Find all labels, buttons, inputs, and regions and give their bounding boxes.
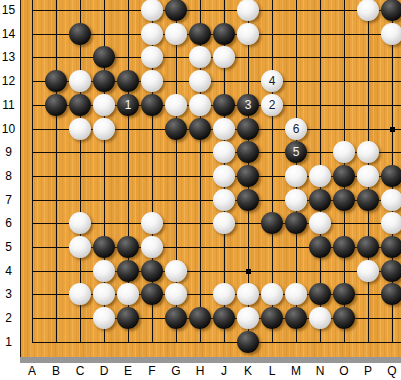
stone-black-K1 bbox=[237, 331, 259, 353]
stone-black-N7 bbox=[309, 189, 331, 211]
grid-line-col-B bbox=[56, 0, 57, 343]
stone-black-F11 bbox=[141, 94, 163, 116]
stone-black-B12 bbox=[45, 70, 67, 92]
row-label-11: 11 bbox=[0, 97, 17, 113]
grid-line-row-1 bbox=[32, 342, 401, 343]
stone-black-Q5 bbox=[381, 236, 401, 258]
stone-black-C14 bbox=[69, 23, 91, 45]
stone-black-E2 bbox=[117, 307, 139, 329]
stone-black-O8 bbox=[333, 165, 355, 187]
stone-white-C5 bbox=[69, 236, 91, 258]
stone-white-J9 bbox=[213, 141, 235, 163]
move-number-label: 4 bbox=[269, 74, 276, 88]
column-label-Q: Q bbox=[384, 363, 400, 380]
stone-white-K14 bbox=[237, 23, 259, 45]
stone-white-M3 bbox=[285, 283, 307, 305]
row-label-10: 10 bbox=[0, 121, 17, 137]
stone-white-Q14 bbox=[381, 23, 401, 45]
stone-black-J14 bbox=[213, 23, 235, 45]
stone-black-E12 bbox=[117, 70, 139, 92]
stone-black-P5 bbox=[357, 236, 379, 258]
stone-black-K7 bbox=[237, 189, 259, 211]
star-point-Q10 bbox=[390, 127, 395, 132]
column-label-D: D bbox=[96, 363, 112, 380]
board-left-edge-line bbox=[20, 0, 21, 357]
stone-black-K9 bbox=[237, 141, 259, 163]
stone-black-P7 bbox=[357, 189, 379, 211]
stone-white-O9 bbox=[333, 141, 355, 163]
stone-black-D13 bbox=[93, 46, 115, 68]
row-label-3: 3 bbox=[0, 286, 17, 302]
stone-white-J6 bbox=[213, 212, 235, 234]
column-label-K: K bbox=[240, 363, 256, 380]
stone-white-M8 bbox=[285, 165, 307, 187]
column-label-H: H bbox=[192, 363, 208, 380]
stone-black-G2 bbox=[165, 307, 187, 329]
stone-black-L6 bbox=[261, 212, 283, 234]
stone-black-J2 bbox=[213, 307, 235, 329]
stone-white-E3 bbox=[117, 283, 139, 305]
stone-white-D2 bbox=[93, 307, 115, 329]
stone-white-N8 bbox=[309, 165, 331, 187]
stone-black-B11 bbox=[45, 94, 67, 116]
grid-line-row-4 bbox=[32, 271, 401, 272]
stone-black-H14 bbox=[189, 23, 211, 45]
stone-black-J11 bbox=[213, 94, 235, 116]
row-label-1: 1 bbox=[0, 334, 17, 350]
column-label-J: J bbox=[216, 363, 232, 380]
stone-black-L2 bbox=[261, 307, 283, 329]
stone-white-G14 bbox=[165, 23, 187, 45]
grid-line-row-15 bbox=[32, 10, 401, 11]
stone-white-P4 bbox=[357, 260, 379, 282]
column-label-C: C bbox=[72, 363, 88, 380]
column-label-L: L bbox=[264, 363, 280, 380]
stone-white-L12: 4 bbox=[261, 70, 283, 92]
stone-black-D5 bbox=[93, 236, 115, 258]
stone-black-E11: 1 bbox=[117, 94, 139, 116]
stone-white-F14 bbox=[141, 23, 163, 45]
stone-white-F15 bbox=[141, 0, 163, 21]
stone-black-O3 bbox=[333, 283, 355, 305]
column-label-F: F bbox=[144, 363, 160, 380]
stone-white-F12 bbox=[141, 70, 163, 92]
stone-white-P9 bbox=[357, 141, 379, 163]
stone-white-J3 bbox=[213, 283, 235, 305]
stone-white-F5 bbox=[141, 236, 163, 258]
column-label-E: E bbox=[120, 363, 136, 380]
stone-white-K3 bbox=[237, 283, 259, 305]
stone-white-J7 bbox=[213, 189, 235, 211]
stone-white-J8 bbox=[213, 165, 235, 187]
stone-black-N5 bbox=[309, 236, 331, 258]
stone-black-O5 bbox=[333, 236, 355, 258]
grid-line-col-A bbox=[32, 0, 33, 343]
star-point-K4 bbox=[246, 269, 251, 274]
column-label-N: N bbox=[312, 363, 328, 380]
stone-black-G15 bbox=[165, 0, 187, 21]
stone-black-F3 bbox=[141, 283, 163, 305]
stone-white-D3 bbox=[93, 283, 115, 305]
stone-black-E5 bbox=[117, 236, 139, 258]
go-board[interactable]: 413265 bbox=[20, 0, 401, 357]
column-label-G: G bbox=[168, 363, 184, 380]
stone-white-F13 bbox=[141, 46, 163, 68]
stone-white-C3 bbox=[69, 283, 91, 305]
row-label-14: 14 bbox=[0, 26, 17, 42]
stone-black-H10 bbox=[189, 118, 211, 140]
row-label-6: 6 bbox=[0, 215, 17, 231]
stone-black-M9: 5 bbox=[285, 141, 307, 163]
stone-white-H13 bbox=[189, 46, 211, 68]
stone-white-M10: 6 bbox=[285, 118, 307, 140]
stone-white-P15 bbox=[357, 0, 379, 21]
row-label-5: 5 bbox=[0, 239, 17, 255]
row-label-7: 7 bbox=[0, 192, 17, 208]
stone-black-M6 bbox=[285, 212, 307, 234]
stone-white-G3 bbox=[165, 283, 187, 305]
stone-white-N6 bbox=[309, 212, 331, 234]
stone-white-K15 bbox=[237, 0, 259, 21]
stone-black-O2 bbox=[333, 307, 355, 329]
column-label-B: B bbox=[48, 363, 64, 380]
stone-white-M7 bbox=[285, 189, 307, 211]
stone-black-Q15 bbox=[381, 0, 401, 21]
stone-black-H2 bbox=[189, 307, 211, 329]
stone-black-Q8 bbox=[381, 165, 401, 187]
stone-white-J13 bbox=[213, 46, 235, 68]
stone-white-C12 bbox=[69, 70, 91, 92]
stone-black-N3 bbox=[309, 283, 331, 305]
stone-black-Q4 bbox=[381, 260, 401, 282]
stone-white-C10 bbox=[69, 118, 91, 140]
row-label-12: 12 bbox=[0, 73, 17, 89]
stone-white-N2 bbox=[309, 307, 331, 329]
stone-black-Q3 bbox=[381, 283, 401, 305]
stone-black-F4 bbox=[141, 260, 163, 282]
column-label-P: P bbox=[360, 363, 376, 380]
move-number-label: 1 bbox=[125, 98, 132, 112]
stone-white-H11 bbox=[189, 94, 211, 116]
stone-black-K10 bbox=[237, 118, 259, 140]
stone-white-K2 bbox=[237, 307, 259, 329]
move-number-label: 5 bbox=[293, 145, 300, 159]
stone-black-G10 bbox=[165, 118, 187, 140]
stone-white-L11: 2 bbox=[261, 94, 283, 116]
row-label-15: 15 bbox=[0, 2, 17, 18]
stone-white-Q6 bbox=[381, 212, 401, 234]
stone-white-H12 bbox=[189, 70, 211, 92]
stone-white-J10 bbox=[213, 118, 235, 140]
stone-white-G4 bbox=[165, 260, 187, 282]
stone-white-F6 bbox=[141, 212, 163, 234]
stone-black-O7 bbox=[333, 189, 355, 211]
stone-black-K8 bbox=[237, 165, 259, 187]
move-number-label: 3 bbox=[245, 98, 252, 112]
row-label-8: 8 bbox=[0, 168, 17, 184]
stone-white-Q7 bbox=[381, 189, 401, 211]
stone-white-D4 bbox=[93, 260, 115, 282]
column-label-O: O bbox=[336, 363, 352, 380]
stone-black-E4 bbox=[117, 260, 139, 282]
stone-black-M2 bbox=[285, 307, 307, 329]
move-number-label: 6 bbox=[293, 122, 300, 136]
column-label-M: M bbox=[288, 363, 304, 380]
move-number-label: 2 bbox=[269, 98, 276, 112]
stone-white-G11 bbox=[165, 94, 187, 116]
column-label-A: A bbox=[24, 363, 40, 380]
stone-white-D10 bbox=[93, 118, 115, 140]
stone-white-L3 bbox=[261, 283, 283, 305]
stone-white-P8 bbox=[357, 165, 379, 187]
row-label-4: 4 bbox=[0, 263, 17, 279]
stone-white-D11 bbox=[93, 94, 115, 116]
row-label-9: 9 bbox=[0, 144, 17, 160]
stone-black-D12 bbox=[93, 70, 115, 92]
stone-black-C11 bbox=[69, 94, 91, 116]
row-label-2: 2 bbox=[0, 310, 17, 326]
row-label-13: 13 bbox=[0, 49, 17, 65]
stone-white-C6 bbox=[69, 212, 91, 234]
stone-black-K11: 3 bbox=[237, 94, 259, 116]
